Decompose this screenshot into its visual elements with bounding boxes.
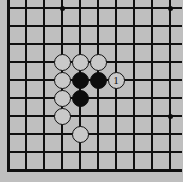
move-1-stone: 1 [108,72,125,89]
grid-line-horizontal [7,151,183,153]
white-stone [72,126,89,143]
board-edge-bottom [7,169,183,172]
go-board: 1 [0,0,182,182]
grid-line-horizontal [7,43,183,45]
star-point [168,6,173,11]
black-stone [72,90,89,107]
grid-line-horizontal [7,115,183,117]
grid-line-horizontal [7,7,183,9]
black-stone [72,72,89,89]
grid-line-horizontal [7,133,183,135]
move-number-label: 1 [113,74,119,85]
white-stone [54,54,71,71]
white-stone [54,90,71,107]
white-stone [90,54,107,71]
black-stone [90,72,107,89]
white-stone [72,54,89,71]
star-point [168,114,173,119]
white-stone [54,72,71,89]
go-diagram: 1 [0,0,182,182]
grid-line-horizontal [7,25,183,27]
star-point [60,6,65,11]
grid-line-horizontal [7,97,183,99]
white-stone [54,108,71,125]
